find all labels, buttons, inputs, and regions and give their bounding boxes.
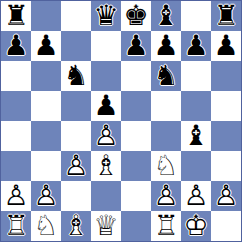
black-pawn-h7[interactable]: ♟ [211, 31, 241, 61]
square-d7[interactable] [91, 31, 121, 61]
white-knight-b1[interactable]: ♞♘ [31, 211, 61, 241]
white-pawn-g2[interactable]: ♟♙ [181, 181, 211, 211]
black-rook-a8[interactable]: ♜ [1, 1, 31, 31]
black-pawn-b7[interactable]: ♟ [31, 31, 61, 61]
square-f5[interactable] [151, 91, 181, 121]
square-f3[interactable]: ♞♘ [151, 151, 181, 181]
square-g5[interactable] [181, 91, 211, 121]
white-bishop-d3[interactable]: ♝♗ [91, 151, 121, 181]
chess-board: ♜♛♚♝♜♟♟♟♟♟♟♞♞♟♟♙♝♟♙♝♗♞♘♟♙♟♙♟♙♟♙♟♙♜♖♞♘♝♗♛… [0, 0, 242, 242]
square-c2[interactable] [61, 181, 91, 211]
black-queen-d8[interactable]: ♛ [91, 1, 121, 31]
white-rook-f1[interactable]: ♜♖ [151, 211, 181, 241]
white-bishop-c1[interactable]: ♝♗ [61, 211, 91, 241]
square-e4[interactable] [121, 121, 151, 151]
piece-outline: ♖ [151, 211, 181, 241]
white-pawn-f2[interactable]: ♟♙ [151, 181, 181, 211]
square-b6[interactable] [31, 61, 61, 91]
square-a5[interactable] [1, 91, 31, 121]
square-h1[interactable] [211, 211, 241, 241]
piece-outline: ♘ [151, 151, 181, 181]
square-f1[interactable]: ♜♖ [151, 211, 181, 241]
piece-outline: ♖ [1, 211, 31, 241]
piece-outline: ♗ [91, 151, 121, 181]
square-e5[interactable] [121, 91, 151, 121]
black-king-e8[interactable]: ♚ [121, 1, 151, 31]
black-knight-f6[interactable]: ♞ [151, 61, 181, 91]
square-c1[interactable]: ♝♗ [61, 211, 91, 241]
square-f8[interactable]: ♝ [151, 1, 181, 31]
piece-outline: ♕ [91, 211, 121, 241]
piece-outline: ♗ [61, 211, 91, 241]
square-h3[interactable] [211, 151, 241, 181]
square-b5[interactable] [31, 91, 61, 121]
square-d2[interactable] [91, 181, 121, 211]
square-c5[interactable] [61, 91, 91, 121]
square-g6[interactable] [181, 61, 211, 91]
square-a7[interactable]: ♟ [1, 31, 31, 61]
white-king-g1[interactable]: ♚♔ [181, 211, 211, 241]
square-e1[interactable] [121, 211, 151, 241]
piece-outline: ♙ [31, 181, 61, 211]
piece-outline: ♙ [91, 121, 121, 151]
black-knight-c6[interactable]: ♞ [61, 61, 91, 91]
square-g1[interactable]: ♚♔ [181, 211, 211, 241]
square-f6[interactable]: ♞ [151, 61, 181, 91]
white-rook-a1[interactable]: ♜♖ [1, 211, 31, 241]
square-b4[interactable] [31, 121, 61, 151]
square-e8[interactable]: ♚ [121, 1, 151, 31]
white-queen-d1[interactable]: ♛♕ [91, 211, 121, 241]
piece-outline: ♙ [1, 181, 31, 211]
square-h7[interactable]: ♟ [211, 31, 241, 61]
square-a6[interactable] [1, 61, 31, 91]
square-f7[interactable]: ♟ [151, 31, 181, 61]
square-g2[interactable]: ♟♙ [181, 181, 211, 211]
piece-outline: ♔ [181, 211, 211, 241]
square-d4[interactable]: ♟♙ [91, 121, 121, 151]
black-rook-h8[interactable]: ♜ [211, 1, 241, 31]
white-pawn-c3[interactable]: ♟♙ [61, 151, 91, 181]
black-pawn-d5[interactable]: ♟ [91, 91, 121, 121]
piece-outline: ♙ [61, 151, 91, 181]
square-d3[interactable]: ♝♗ [91, 151, 121, 181]
square-d5[interactable]: ♟ [91, 91, 121, 121]
piece-outline: ♙ [181, 181, 211, 211]
square-b3[interactable] [31, 151, 61, 181]
square-h4[interactable] [211, 121, 241, 151]
square-c7[interactable] [61, 31, 91, 61]
square-h8[interactable]: ♜ [211, 1, 241, 31]
square-e7[interactable]: ♟ [121, 31, 151, 61]
square-h6[interactable] [211, 61, 241, 91]
square-d6[interactable] [91, 61, 121, 91]
piece-outline: ♙ [211, 181, 241, 211]
square-g7[interactable]: ♟ [181, 31, 211, 61]
square-c8[interactable] [61, 1, 91, 31]
white-pawn-h2[interactable]: ♟♙ [211, 181, 241, 211]
square-c4[interactable] [61, 121, 91, 151]
square-b2[interactable]: ♟♙ [31, 181, 61, 211]
white-pawn-d4[interactable]: ♟♙ [91, 121, 121, 151]
square-a2[interactable]: ♟♙ [1, 181, 31, 211]
black-bishop-f8[interactable]: ♝ [151, 1, 181, 31]
square-g8[interactable] [181, 1, 211, 31]
square-g3[interactable] [181, 151, 211, 181]
square-a8[interactable]: ♜ [1, 1, 31, 31]
piece-outline: ♘ [31, 211, 61, 241]
square-e2[interactable] [121, 181, 151, 211]
square-f2[interactable]: ♟♙ [151, 181, 181, 211]
white-pawn-a2[interactable]: ♟♙ [1, 181, 31, 211]
black-bishop-g4[interactable]: ♝ [181, 121, 211, 151]
square-a3[interactable] [1, 151, 31, 181]
square-h5[interactable] [211, 91, 241, 121]
piece-outline: ♙ [151, 181, 181, 211]
square-e3[interactable] [121, 151, 151, 181]
square-a4[interactable] [1, 121, 31, 151]
square-e6[interactable] [121, 61, 151, 91]
square-h2[interactable]: ♟♙ [211, 181, 241, 211]
black-pawn-e7[interactable]: ♟ [121, 31, 151, 61]
square-c6[interactable]: ♞ [61, 61, 91, 91]
black-pawn-a7[interactable]: ♟ [1, 31, 31, 61]
black-pawn-g7[interactable]: ♟ [181, 31, 211, 61]
square-b1[interactable]: ♞♘ [31, 211, 61, 241]
white-pawn-b2[interactable]: ♟♙ [31, 181, 61, 211]
square-c3[interactable]: ♟♙ [61, 151, 91, 181]
white-knight-f3[interactable]: ♞♘ [151, 151, 181, 181]
black-pawn-f7[interactable]: ♟ [151, 31, 181, 61]
square-d8[interactable]: ♛ [91, 1, 121, 31]
square-d1[interactable]: ♛♕ [91, 211, 121, 241]
square-b8[interactable] [31, 1, 61, 31]
square-b7[interactable]: ♟ [31, 31, 61, 61]
square-f4[interactable] [151, 121, 181, 151]
square-a1[interactable]: ♜♖ [1, 211, 31, 241]
square-g4[interactable]: ♝ [181, 121, 211, 151]
